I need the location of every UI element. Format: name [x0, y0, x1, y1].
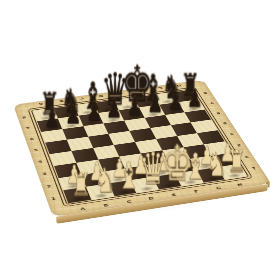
piece-black-pawn: ♟ — [65, 102, 80, 127]
coordinate-label: 7 — [207, 99, 217, 106]
piece-white-knight: ♞ — [94, 164, 111, 197]
piece-anchor: ♟ — [78, 113, 103, 126]
piece-white-bishop: ♝ — [117, 158, 134, 194]
square-a7: ♟ — [37, 118, 62, 131]
piece-black-pawn: ♟ — [187, 85, 202, 110]
piece-anchor: ♟ — [37, 118, 62, 131]
coordinate-label: 1 — [49, 194, 59, 203]
coordinate-label: 6 — [27, 135, 36, 143]
piece-white-rook: ♜ — [227, 147, 243, 177]
coordinate-label: 5 — [31, 146, 40, 154]
coordinate-label: 3 — [40, 169, 50, 178]
chess-set-photo: ABCDEFGH ABCDEFGH 87654321 87654321 ♜♞♝♛… — [0, 0, 275, 275]
piece-white-queen: ♛ — [139, 147, 156, 191]
coordinate-label: 6 — [213, 109, 223, 116]
coordinate-label: 1 — [248, 164, 259, 172]
piece-anchor: ♜ — [63, 187, 91, 203]
coordinate-label: 8 — [20, 114, 29, 121]
coordinate-label: 4 — [35, 157, 45, 165]
board-grid: ♜♞♝♛♚♝♞♜♟♟♟♟♟♟♟♟♟♟♟♟♟♟♟♟♜♞♝♛♚♝♞♜ — [33, 90, 247, 204]
board-perspective-wrapper: ABCDEFGH ABCDEFGH 87654321 87654321 ♜♞♝♛… — [30, 37, 240, 247]
piece-black-pawn: ♟ — [126, 93, 141, 118]
piece-black-pawn: ♟ — [106, 96, 121, 121]
piece-white-rook: ♜ — [71, 170, 88, 201]
coordinate-label: 2 — [44, 181, 54, 190]
chess-board: ABCDEFGH ABCDEFGH 87654321 87654321 ♜♞♝♛… — [13, 80, 271, 218]
coordinate-label: 4 — [227, 130, 238, 138]
square-b7: ♟ — [58, 116, 83, 129]
piece-anchor: ♟ — [58, 116, 83, 129]
piece-black-pawn: ♟ — [167, 88, 182, 113]
piece-black-pawn: ♟ — [44, 104, 59, 130]
coordinate-label: 7 — [23, 124, 32, 132]
square-a1: ♜ — [63, 187, 91, 203]
coordinate-label: 5 — [220, 120, 231, 127]
square-c7: ♟ — [78, 113, 103, 126]
piece-black-pawn: ♟ — [85, 99, 100, 124]
square-c6 — [83, 123, 109, 137]
piece-white-knight: ♞ — [206, 148, 222, 181]
piece-black-pawn: ♟ — [147, 91, 162, 116]
